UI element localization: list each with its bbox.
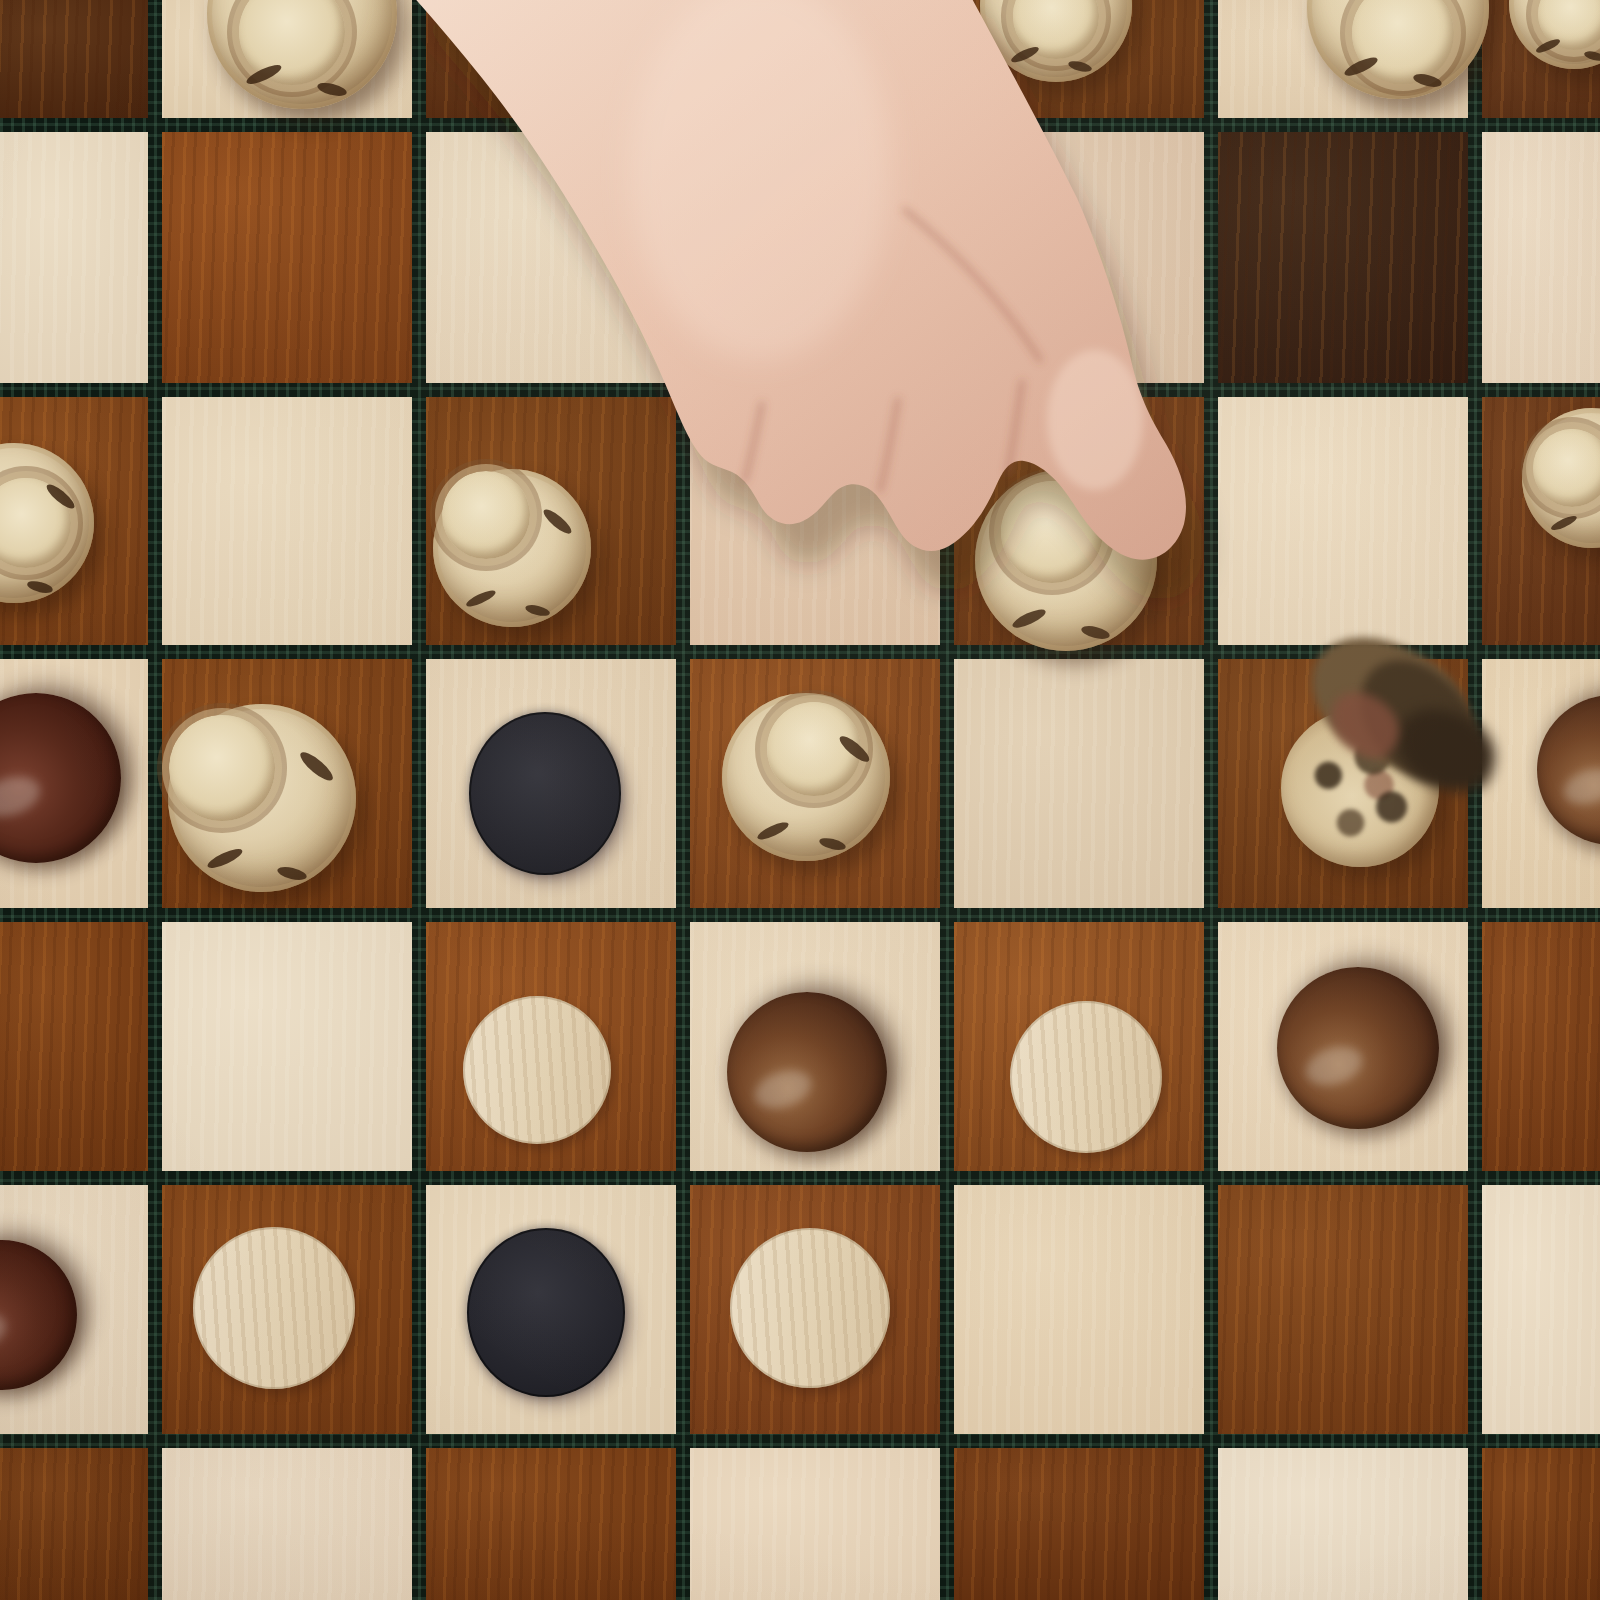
dome-r5c4[interactable] [727, 992, 887, 1152]
burn-mark [1067, 59, 1093, 74]
board-photo [0, 0, 1600, 1600]
square-r2c3[interactable] [426, 132, 676, 383]
burn-mark [276, 864, 308, 882]
pawn-r4c2[interactable] [168, 704, 356, 892]
pawn-r4c4[interactable] [722, 693, 890, 861]
square-r1c4[interactable] [690, 0, 940, 118]
burn-mark [541, 507, 575, 538]
pawn-r3c5[interactable] [975, 469, 1157, 651]
square-r7c2[interactable] [162, 1448, 412, 1600]
pawn-head [1001, 481, 1103, 583]
square-r2c4[interactable] [690, 132, 940, 383]
burn-mark [296, 749, 336, 786]
square-r6c7[interactable] [1482, 1185, 1600, 1434]
square-r4c5[interactable] [954, 659, 1204, 908]
burn-mark [464, 588, 497, 610]
square-r6c6[interactable] [1218, 1185, 1468, 1434]
square-r7c4[interactable] [690, 1448, 940, 1600]
lightdisc-r5c3[interactable] [463, 996, 611, 1144]
square-r2c1[interactable] [0, 132, 148, 383]
burn-mark [316, 81, 348, 99]
dome-r5c6[interactable] [1277, 967, 1439, 1129]
burn-mark [524, 604, 551, 619]
burn-mark [755, 819, 790, 842]
square-r3c2[interactable] [162, 397, 412, 645]
square-r2c7[interactable] [1482, 132, 1600, 383]
burn-mark [337, 0, 378, 1]
burn-mark [1584, 50, 1600, 63]
square-r2c2[interactable] [162, 132, 412, 383]
burn-mark [26, 579, 53, 595]
square-r6c5[interactable] [954, 1185, 1204, 1434]
burn-mark [1550, 513, 1579, 532]
knight-r4c6[interactable] [1281, 709, 1439, 867]
square-r1c1[interactable] [0, 0, 148, 118]
pawn-head [169, 715, 274, 820]
blackdisc-r6c3[interactable] [467, 1228, 625, 1397]
square-r1c3[interactable] [426, 0, 676, 118]
pawn-r3c3[interactable] [433, 469, 591, 627]
pawn-head [1352, 0, 1454, 84]
square-r5c7[interactable] [1482, 922, 1600, 1171]
square-r7c7[interactable] [1482, 1448, 1600, 1600]
burn-mark [205, 845, 244, 871]
burn-mark [1412, 72, 1443, 90]
square-r2c6[interactable] [1218, 132, 1468, 383]
burn-mark [1099, 512, 1138, 547]
blackdisc-r4c3[interactable] [469, 712, 621, 875]
lightdisc-r6c2[interactable] [193, 1227, 355, 1389]
square-r3c6[interactable] [1218, 397, 1468, 645]
pawn-head [1533, 429, 1600, 507]
burn-mark [1080, 624, 1111, 642]
lightdisc-r6c4[interactable] [730, 1228, 890, 1388]
burn-mark [819, 836, 848, 852]
square-r7c1[interactable] [0, 1448, 148, 1600]
lightdisc-r5c5[interactable] [1010, 1001, 1162, 1153]
pawn-head [442, 471, 530, 559]
square-r7c6[interactable] [1218, 1448, 1468, 1600]
square-r3c4[interactable] [690, 397, 940, 645]
square-r2c5[interactable] [954, 132, 1204, 383]
square-r5c1[interactable] [0, 922, 148, 1171]
square-r7c3[interactable] [426, 1448, 676, 1600]
square-r7c5[interactable] [954, 1448, 1204, 1600]
burn-mark [1011, 606, 1049, 631]
square-r5c2[interactable] [162, 922, 412, 1171]
